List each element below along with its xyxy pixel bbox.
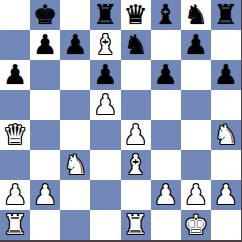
square-a7[interactable]	[0, 30, 30, 60]
chess-board-frame: ♚♜♛♝♞♜♟♟♝♞♟♟♟♟♟♟♛♟♞♞♝♟♟♟♟♟♜♜♚	[0, 0, 242, 242]
piece-black-knight[interactable]: ♞	[123, 30, 147, 60]
square-b7[interactable]: ♟	[30, 30, 60, 60]
square-e1[interactable]: ♜	[121, 210, 151, 240]
square-g2[interactable]: ♟	[181, 180, 211, 210]
chess-board: ♚♜♛♝♞♜♟♟♝♞♟♟♟♟♟♟♛♟♞♞♝♟♟♟♟♟♜♜♚	[0, 0, 241, 240]
square-a8[interactable]	[0, 0, 30, 30]
piece-black-knight[interactable]: ♞	[184, 0, 208, 30]
piece-white-rook[interactable]: ♜	[3, 210, 27, 240]
piece-white-pawn[interactable]: ♟	[154, 180, 178, 210]
square-g4[interactable]	[181, 120, 211, 150]
square-c3[interactable]: ♞	[60, 150, 90, 180]
square-h1[interactable]	[211, 210, 241, 240]
square-f4[interactable]	[151, 120, 181, 150]
square-e7[interactable]: ♞	[121, 30, 151, 60]
square-d1[interactable]	[90, 210, 120, 240]
square-f5[interactable]	[151, 90, 181, 120]
square-g5[interactable]	[181, 90, 211, 120]
square-d8[interactable]: ♜	[90, 0, 120, 30]
square-f7[interactable]	[151, 30, 181, 60]
square-a5[interactable]	[0, 90, 30, 120]
square-c1[interactable]	[60, 210, 90, 240]
square-h7[interactable]	[211, 30, 241, 60]
square-e5[interactable]	[121, 90, 151, 120]
piece-black-pawn[interactable]: ♟	[33, 30, 57, 60]
square-c7[interactable]: ♟	[60, 30, 90, 60]
square-f8[interactable]: ♝	[151, 0, 181, 30]
square-b5[interactable]	[30, 90, 60, 120]
piece-white-bishop[interactable]: ♝	[93, 30, 117, 60]
piece-white-pawn[interactable]: ♟	[3, 180, 27, 210]
piece-black-pawn[interactable]: ♟	[3, 60, 27, 90]
square-h4[interactable]: ♞	[211, 120, 241, 150]
piece-black-pawn[interactable]: ♟	[184, 30, 208, 60]
square-f3[interactable]	[151, 150, 181, 180]
square-h8[interactable]: ♜	[211, 0, 241, 30]
square-d6[interactable]: ♟	[90, 60, 120, 90]
square-e4[interactable]: ♟	[121, 120, 151, 150]
square-c8[interactable]	[60, 0, 90, 30]
piece-black-king[interactable]: ♚	[33, 0, 57, 30]
piece-white-pawn[interactable]: ♟	[214, 180, 238, 210]
piece-white-pawn[interactable]: ♟	[93, 90, 117, 120]
piece-black-queen[interactable]: ♛	[123, 0, 147, 30]
square-f2[interactable]: ♟	[151, 180, 181, 210]
square-c4[interactable]	[60, 120, 90, 150]
square-d4[interactable]	[90, 120, 120, 150]
piece-white-pawn[interactable]: ♟	[184, 180, 208, 210]
piece-white-king[interactable]: ♚	[184, 210, 208, 240]
square-d7[interactable]: ♝	[90, 30, 120, 60]
piece-black-pawn[interactable]: ♟	[214, 60, 238, 90]
square-h3[interactable]	[211, 150, 241, 180]
square-g1[interactable]: ♚	[181, 210, 211, 240]
square-c2[interactable]	[60, 180, 90, 210]
piece-white-pawn[interactable]: ♟	[33, 180, 57, 210]
square-g3[interactable]	[181, 150, 211, 180]
square-b1[interactable]	[30, 210, 60, 240]
piece-white-bishop[interactable]: ♝	[123, 150, 147, 180]
piece-black-pawn[interactable]: ♟	[93, 60, 117, 90]
square-b8[interactable]: ♚	[30, 0, 60, 30]
square-a6[interactable]: ♟	[0, 60, 30, 90]
square-h2[interactable]: ♟	[211, 180, 241, 210]
piece-white-pawn[interactable]: ♟	[123, 120, 147, 150]
square-e6[interactable]	[121, 60, 151, 90]
square-f6[interactable]: ♟	[151, 60, 181, 90]
piece-white-rook[interactable]: ♜	[123, 210, 147, 240]
square-a3[interactable]	[0, 150, 30, 180]
square-d2[interactable]	[90, 180, 120, 210]
square-g7[interactable]: ♟	[181, 30, 211, 60]
piece-white-queen[interactable]: ♛	[3, 120, 27, 150]
square-b2[interactable]: ♟	[30, 180, 60, 210]
square-e3[interactable]: ♝	[121, 150, 151, 180]
square-b4[interactable]	[30, 120, 60, 150]
piece-black-pawn[interactable]: ♟	[63, 30, 87, 60]
square-h5[interactable]	[211, 90, 241, 120]
piece-black-rook[interactable]: ♜	[93, 0, 117, 30]
square-a2[interactable]: ♟	[0, 180, 30, 210]
square-g8[interactable]: ♞	[181, 0, 211, 30]
piece-white-knight[interactable]: ♞	[63, 150, 87, 180]
square-e8[interactable]: ♛	[121, 0, 151, 30]
square-a4[interactable]: ♛	[0, 120, 30, 150]
piece-black-rook[interactable]: ♜	[214, 0, 238, 30]
square-c6[interactable]	[60, 60, 90, 90]
square-b3[interactable]	[30, 150, 60, 180]
square-a1[interactable]: ♜	[0, 210, 30, 240]
piece-black-bishop[interactable]: ♝	[154, 0, 178, 30]
square-d5[interactable]: ♟	[90, 90, 120, 120]
square-f1[interactable]	[151, 210, 181, 240]
piece-black-pawn[interactable]: ♟	[154, 60, 178, 90]
square-e2[interactable]	[121, 180, 151, 210]
square-d3[interactable]	[90, 150, 120, 180]
square-c5[interactable]	[60, 90, 90, 120]
square-b6[interactable]	[30, 60, 60, 90]
square-h6[interactable]: ♟	[211, 60, 241, 90]
square-g6[interactable]	[181, 60, 211, 90]
piece-white-knight[interactable]: ♞	[214, 120, 238, 150]
